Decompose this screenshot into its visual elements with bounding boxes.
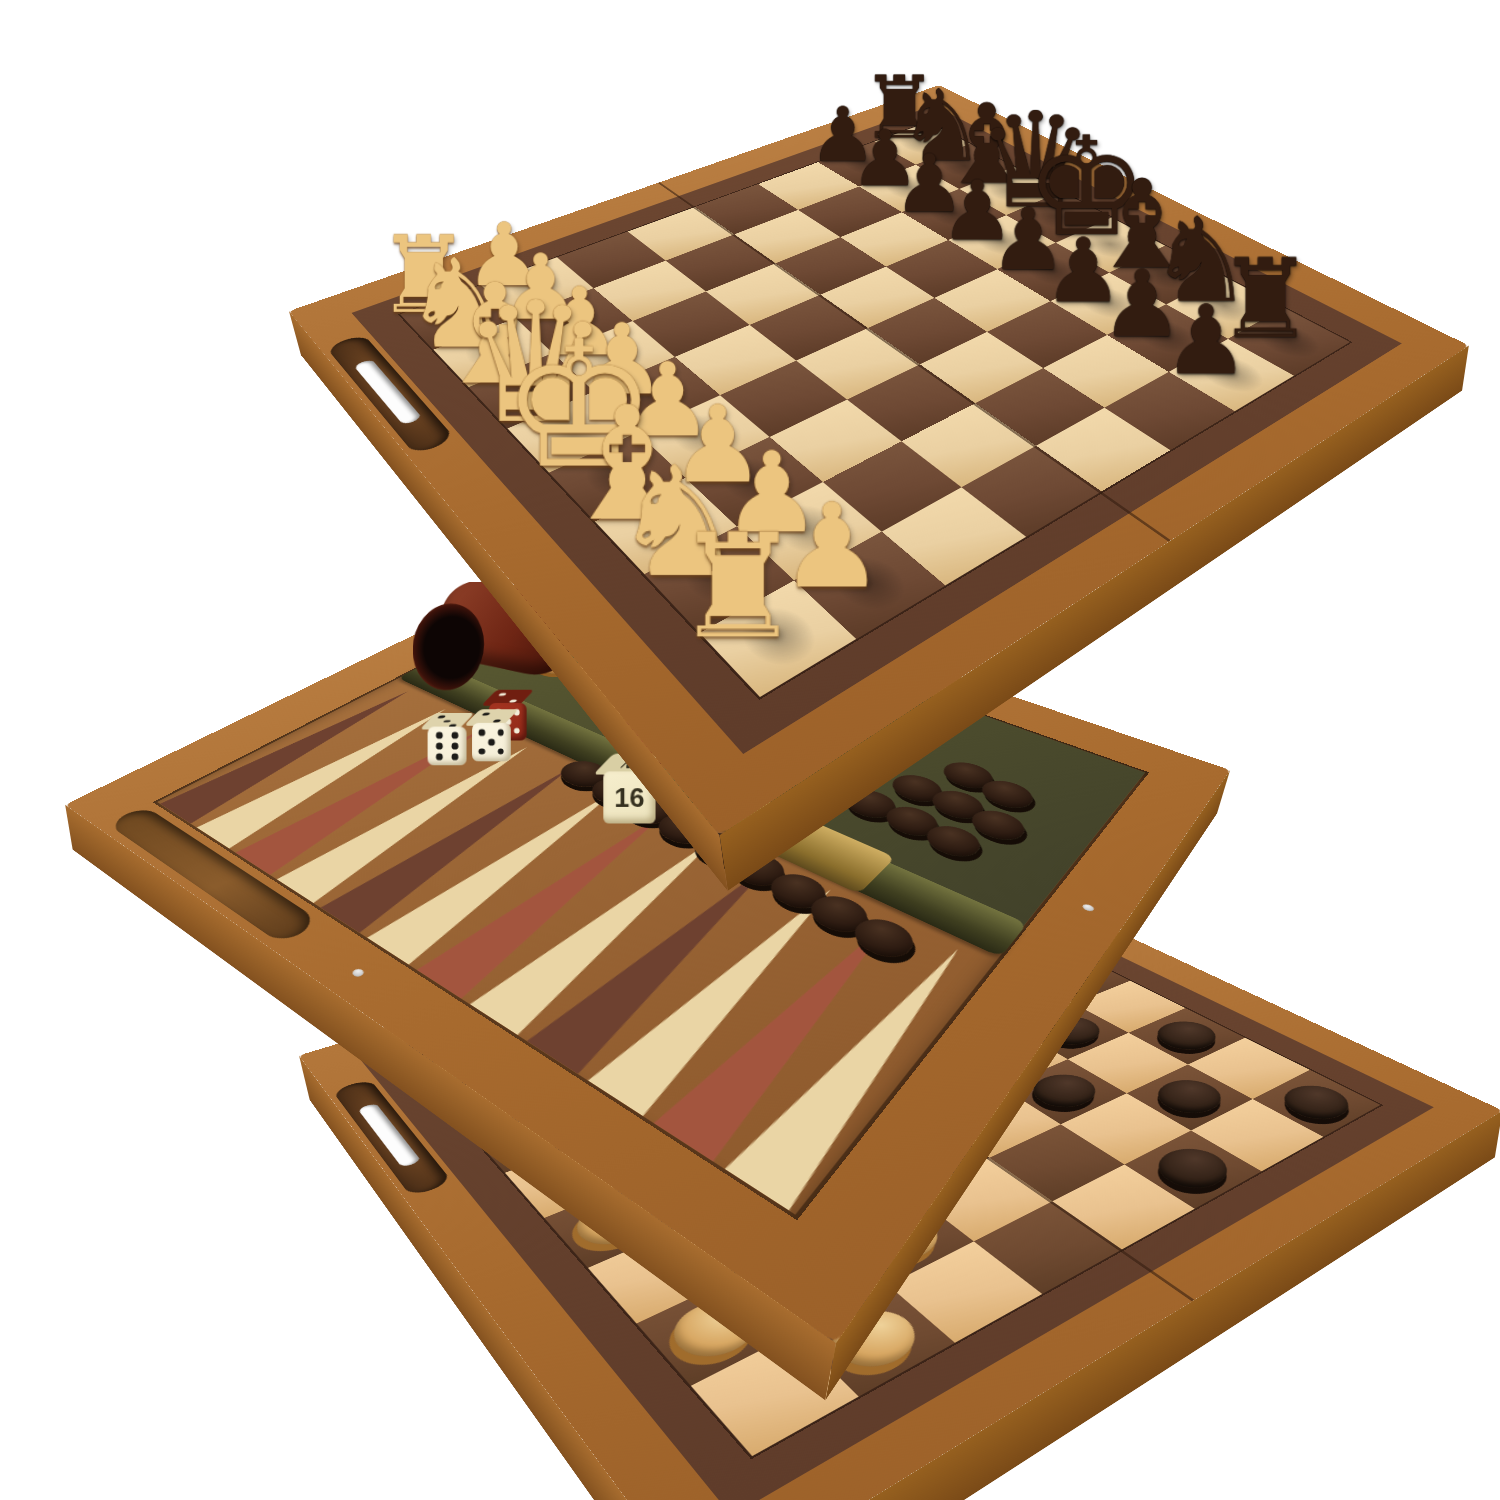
- chess-square-a5[interactable]: [695, 184, 798, 234]
- die-pip: [452, 754, 459, 761]
- chess-piece-white-rook[interactable]: ♜: [672, 516, 801, 660]
- piece-shadow: [875, 171, 944, 205]
- chess-square-a8[interactable]: ♜: [875, 122, 970, 164]
- product-photo-scene: ♜♞♝♛♚♝♞♜♟♟♟♟♟♟♟♟♟♟♟♟♟♟♟♟♜♞♝♛♚♝♞♜ 216: [0, 0, 1500, 1500]
- chess-piece-black-pawn[interactable]: ♟: [809, 97, 876, 172]
- chess-board-scene: ♜♞♝♛♚♝♞♜♟♟♟♟♟♟♟♟♟♟♟♟♟♟♟♟♜♞♝♛♚♝♞♜: [448, 0, 1288, 748]
- checkers-man-dark[interactable]: [1146, 1016, 1228, 1055]
- piece-shadow: [834, 148, 901, 180]
- backgammon-point-4: [273, 735, 552, 906]
- chess-square-e7[interactable]: ♟: [997, 243, 1109, 301]
- chess-square-c5[interactable]: [776, 237, 886, 294]
- chess-square-d7[interactable]: ♟: [948, 215, 1056, 269]
- chess-piece-black-queen[interactable]: ♛: [976, 95, 1094, 227]
- chess-piece-black-pawn[interactable]: ♟: [990, 197, 1067, 283]
- chess-square-b6[interactable]: [798, 186, 902, 237]
- chess-piece-black-pawn[interactable]: ♟: [1163, 292, 1249, 388]
- chess-grid: ♜♞♝♛♚♝♞♜♟♟♟♟♟♟♟♟♟♟♟♟♟♟♟♟♜♞♝♛♚♝♞♜: [400, 122, 1349, 697]
- chess-square-f6[interactable]: [987, 301, 1107, 368]
- chess-piece-black-pawn[interactable]: ♟: [850, 120, 919, 197]
- chess-piece-black-pawn[interactable]: ♟: [893, 144, 965, 224]
- piece-shadow: [931, 150, 999, 182]
- die-pip: [437, 716, 446, 719]
- backgammon-point-1: [157, 681, 431, 826]
- piece-shadow: [965, 222, 1040, 260]
- piece-shadow: [890, 128, 955, 158]
- chess-square-a4[interactable]: [628, 207, 734, 260]
- checkers-man-dark[interactable]: [1145, 1074, 1233, 1120]
- chess-square-b4[interactable]: [666, 234, 776, 291]
- chess-square-a7[interactable]: ♟: [818, 142, 916, 187]
- chess-square-e6[interactable]: [935, 269, 1050, 331]
- chess-square-c6[interactable]: [841, 212, 948, 266]
- chess-square-d6[interactable]: [886, 240, 997, 298]
- chess-piece-black-pawn[interactable]: ♟: [940, 170, 1014, 253]
- backgammon-point-7: [413, 798, 696, 1002]
- chess-square-a6[interactable]: [758, 162, 858, 209]
- piece-shadow: [1015, 251, 1093, 292]
- backgammon-point-11: [648, 900, 928, 1165]
- chess-square-b8[interactable]: ♞: [916, 144, 1014, 189]
- chess-square-d8[interactable]: ♛: [1006, 191, 1111, 242]
- die-pip: [437, 732, 444, 739]
- chess-square-c7[interactable]: ♟: [902, 189, 1006, 240]
- chess-square-b5[interactable]: [734, 210, 841, 264]
- chess-square-f5[interactable]: [920, 331, 1044, 403]
- magnet-catch-dot: [350, 967, 366, 978]
- chess-piece-black-bishop[interactable]: ♝: [938, 89, 1037, 199]
- chess-square-c8[interactable]: ♝: [960, 167, 1062, 215]
- chess-piece-black-rook[interactable]: ♜: [861, 65, 938, 151]
- die-pip: [479, 748, 486, 755]
- die-pip: [497, 748, 504, 755]
- backgammon-point-5: [317, 755, 598, 936]
- chess-piece-black-knight[interactable]: ♞: [898, 76, 986, 175]
- piece-shadow: [1022, 199, 1095, 235]
- chess-square-c4[interactable]: [706, 263, 820, 324]
- chess-square-b7[interactable]: ♟: [859, 165, 960, 213]
- chess-square-d5[interactable]: [820, 266, 935, 328]
- magnet-catch-dot: [1081, 903, 1095, 912]
- checkers-square-r0c5[interactable]: [1129, 1008, 1245, 1064]
- die-pip: [437, 743, 444, 750]
- piece-shadow: [975, 174, 1045, 208]
- piece-shadow: [918, 196, 990, 232]
- checkers-square-r1c5[interactable]: [1068, 1033, 1188, 1094]
- chess-piece-black-king[interactable]: ♚: [1026, 119, 1148, 255]
